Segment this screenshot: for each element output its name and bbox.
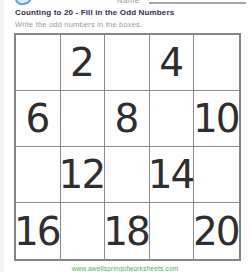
grid-cell-number: 4 — [150, 35, 195, 91]
grid-cell-blank[interactable] — [150, 203, 195, 259]
grid-cell-number: 20 — [194, 203, 239, 259]
grid-cell-number: 10 — [194, 91, 239, 147]
worksheet-title: Counting to 20 - Fill in the Odd Numbers — [15, 8, 174, 17]
grid-cell-number: 2 — [61, 35, 106, 91]
page-edge-shadow — [0, 0, 4, 272]
grid-cell-number: 16 — [16, 203, 61, 259]
printed-number: 6 — [25, 99, 50, 138]
name-label: Name — [117, 0, 140, 5]
logo-icon — [14, 0, 34, 7]
worksheet-instruction: Write the odd numbers in the boxes. — [15, 20, 142, 29]
printed-number: 8 — [115, 99, 140, 138]
grid-cell-blank[interactable] — [16, 147, 61, 203]
grid-cell-number: 18 — [105, 203, 150, 259]
grid-cell-blank[interactable] — [150, 91, 195, 147]
grid-cell-blank[interactable] — [105, 35, 150, 91]
grid-cell-number: 12 — [61, 147, 106, 203]
name-fill-line[interactable] — [149, 2, 246, 4]
printed-number: 12 — [61, 155, 106, 194]
printed-number: 16 — [16, 212, 61, 251]
grid-cell-number: 8 — [105, 91, 150, 147]
grid-cell-blank[interactable] — [194, 35, 239, 91]
printed-number: 10 — [194, 99, 239, 138]
printed-number: 18 — [105, 212, 150, 251]
grid-cell-blank[interactable] — [194, 147, 239, 203]
grid-cell-blank[interactable] — [61, 91, 106, 147]
grid-cell-blank[interactable] — [105, 147, 150, 203]
grid-cell-blank[interactable] — [61, 203, 106, 259]
worksheet-page: { "game": "counting-to-20-fill-in-odd-nu… — [0, 0, 250, 272]
printed-number: 2 — [70, 43, 95, 82]
grid-cell-blank[interactable] — [16, 35, 61, 91]
footer-url: www.awellspringofworksheets.com — [72, 265, 179, 272]
printed-number: 20 — [194, 212, 239, 251]
number-grid: 2468101214161820 — [14, 33, 241, 261]
printed-number: 14 — [150, 155, 195, 194]
grid-cell-number: 6 — [16, 91, 61, 147]
grid-cell-number: 14 — [150, 147, 195, 203]
printed-number: 4 — [159, 43, 184, 82]
